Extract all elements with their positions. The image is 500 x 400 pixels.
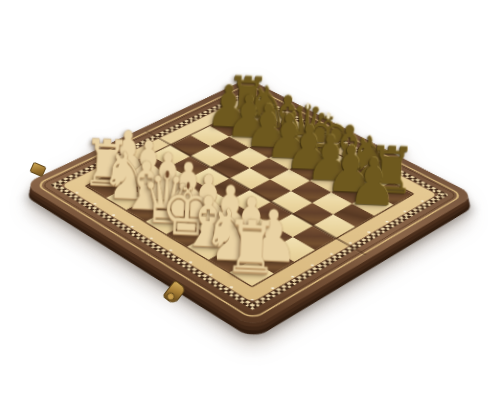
product-photo-scene: ♜♞♝♛♚♝♞♜♟♟♟♟♟♟♟♟♟♟♟♟♟♟♟♟♜♞♝♛♚♝♞♜ [0,0,500,400]
black-rook-a8: ♜ [199,67,296,127]
board-perspective-wrapper: ♜♞♝♛♚♝♞♜♟♟♟♟♟♟♟♟♟♟♟♟♟♟♟♟♜♞♝♛♚♝♞♜ [83,23,417,357]
square-h1: ♜ [230,261,274,286]
square-d3 [189,189,230,212]
square-d5 [230,168,270,190]
square-d1: ♛ [146,211,188,234]
playing-field: ♜♞♝♛♚♝♞♜♟♟♟♟♟♟♟♟♟♟♟♟♟♟♟♟♜♞♝♛♚♝♞♜ [87,108,412,286]
chess-board: ♜♞♝♛♚♝♞♜♟♟♟♟♟♟♟♟♟♟♟♟♟♟♟♟♜♞♝♛♚♝♞♜ [23,78,475,328]
